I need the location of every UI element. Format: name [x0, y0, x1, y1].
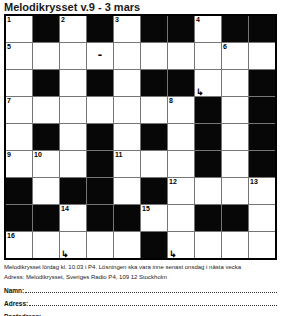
blocked-cell-r7c6	[141, 178, 167, 204]
blocked-cell-r6c8	[195, 151, 221, 177]
blocked-cell-r3c4	[87, 70, 113, 96]
cell-r7c2[interactable]	[33, 178, 59, 204]
cell-r8c10[interactable]	[249, 205, 275, 231]
cell-r9c9[interactable]	[222, 232, 248, 258]
blocked-cell-r9c6	[141, 232, 167, 258]
clue-number-14: 14	[61, 205, 69, 213]
clue-number-13: 13	[250, 178, 258, 186]
cell-r5c1[interactable]	[6, 124, 32, 150]
cell-r9c7[interactable]: ↳	[168, 232, 194, 258]
blocked-cell-r5c4	[87, 124, 113, 150]
cell-r9c8[interactable]	[195, 232, 221, 258]
cell-r2c10[interactable]	[249, 43, 275, 69]
cell-r2c2[interactable]	[33, 43, 59, 69]
cell-r2c3[interactable]	[60, 43, 86, 69]
cell-r9c4[interactable]	[87, 232, 113, 258]
blocked-cell-r7c1	[6, 178, 32, 204]
cell-r7c8[interactable]	[195, 178, 221, 204]
blocked-cell-r8c8	[195, 205, 221, 231]
cell-r1c1[interactable]: 1	[6, 16, 32, 42]
crossword-grid: 12345-6↳78910111213141516↳↳	[4, 14, 277, 260]
blocked-cell-r1c7	[168, 16, 194, 42]
cell-r4c3[interactable]	[60, 97, 86, 123]
cell-r7c9[interactable]	[222, 178, 248, 204]
cell-r5c7[interactable]	[168, 124, 194, 150]
cell-r5c9[interactable]	[222, 124, 248, 150]
cell-r4c2[interactable]	[33, 97, 59, 123]
cell-r2c6[interactable]	[141, 43, 167, 69]
cell-r2c8[interactable]	[195, 43, 221, 69]
cell-r7c7[interactable]: 12	[168, 178, 194, 204]
clue-number-4: 4	[196, 16, 200, 24]
postal-address-info: Adress: Melodikrysset, Sveriges Radio P4…	[4, 273, 277, 281]
blocked-cell-r1c6	[141, 16, 167, 42]
cell-r1c8[interactable]: 4	[195, 16, 221, 42]
clue-number-12: 12	[169, 178, 177, 186]
blocked-cell-r4c10	[249, 97, 275, 123]
cell-r2c4[interactable]: -	[87, 43, 113, 69]
cell-r4c9[interactable]	[222, 97, 248, 123]
cell-r1c3[interactable]: 2	[60, 16, 86, 42]
blocked-cell-r4c8	[195, 97, 221, 123]
cell-r4c4[interactable]	[87, 97, 113, 123]
clue-number-5: 5	[7, 43, 11, 51]
cell-r6c2[interactable]: 10	[33, 151, 59, 177]
name-label: Namn:	[4, 287, 24, 294]
blocked-cell-r7c4	[87, 178, 113, 204]
clue-number-3: 3	[115, 16, 119, 24]
cell-r6c7[interactable]	[168, 151, 194, 177]
blocked-cell-r5c2	[33, 124, 59, 150]
blocked-cell-r1c10	[249, 16, 275, 42]
address-label: Adress:	[4, 300, 28, 307]
cell-r7c5[interactable]	[114, 178, 140, 204]
clue-number-15: 15	[142, 205, 150, 213]
blocked-cell-r8c1	[6, 205, 32, 231]
cell-r8c7[interactable]	[168, 205, 194, 231]
blocked-cell-r8c2	[33, 205, 59, 231]
blocked-cell-r1c4	[87, 16, 113, 42]
cell-r6c9[interactable]	[222, 151, 248, 177]
blocked-cell-r5c6	[141, 124, 167, 150]
blocked-cell-r5c10	[249, 124, 275, 150]
cell-r9c2[interactable]	[33, 232, 59, 258]
cell-r6c6[interactable]	[141, 151, 167, 177]
blocked-cell-r6c10	[249, 151, 275, 177]
cell-r2c5[interactable]	[114, 43, 140, 69]
cell-r7c10[interactable]: 13	[249, 178, 275, 204]
blocked-cell-r8c9	[222, 205, 248, 231]
page-title: Melodikrysset v.9 - 3 mars	[0, 0, 281, 14]
clue-number-8: 8	[169, 97, 173, 105]
cell-r6c1[interactable]: 9	[6, 151, 32, 177]
clue-number-2: 2	[61, 16, 65, 24]
blocked-cell-r3c10	[249, 70, 275, 96]
arrow-down-right-icon: ↳	[61, 250, 69, 259]
cell-r9c10[interactable]	[249, 232, 275, 258]
cell-r6c5[interactable]: 11	[114, 151, 140, 177]
cell-r8c6[interactable]: 15	[141, 205, 167, 231]
blocked-cell-r7c3	[60, 178, 86, 204]
clue-number-11: 11	[115, 151, 122, 159]
cell-r5c5[interactable]	[114, 124, 140, 150]
cell-r4c5[interactable]	[114, 97, 140, 123]
blocked-cell-r3c6	[141, 70, 167, 96]
cell-r3c1[interactable]	[6, 70, 32, 96]
name-input-line[interactable]	[25, 287, 277, 293]
address-input-line[interactable]	[29, 300, 277, 306]
cell-r3c3[interactable]	[60, 70, 86, 96]
footer: Melodikrysset lördag kl. 10.03 i P4. Lös…	[4, 263, 277, 316]
cell-r2c1[interactable]: 5	[6, 43, 32, 69]
blocked-cell-r5c8	[195, 124, 221, 150]
address-form-line: Adress:	[4, 300, 277, 307]
blocked-cell-r3c2	[33, 70, 59, 96]
blocked-cell-r3c7	[168, 70, 194, 96]
clue-number-7: 7	[7, 97, 11, 105]
cell-r4c6[interactable]	[141, 97, 167, 123]
cell-r9c1[interactable]: 16	[6, 232, 32, 258]
cell-r2c9[interactable]: 6	[222, 43, 248, 69]
cell-r8c3[interactable]: 14	[60, 205, 86, 231]
clue-number-6: 6	[223, 43, 227, 51]
cell-r3c9[interactable]	[222, 70, 248, 96]
blocked-cell-r8c4	[87, 205, 113, 231]
blocked-cell-r8c5	[114, 205, 140, 231]
cell-r2c7[interactable]	[168, 43, 194, 69]
blocked-cell-r1c9	[222, 16, 248, 42]
cell-r6c3[interactable]	[60, 151, 86, 177]
blocked-cell-r1c2	[33, 16, 59, 42]
cell-r4c7[interactable]: 8	[168, 97, 194, 123]
clue-number-9: 9	[7, 151, 11, 159]
hyphen-icon: -	[98, 50, 102, 60]
arrow-down-right-icon: ↳	[169, 250, 177, 259]
cell-r5c3[interactable]	[60, 124, 86, 150]
cell-r3c5[interactable]	[114, 70, 140, 96]
cell-r3c8[interactable]: ↳	[195, 70, 221, 96]
clue-number-16: 16	[7, 232, 15, 240]
cell-r1c5[interactable]: 3	[114, 16, 140, 42]
clue-number-10: 10	[34, 151, 42, 159]
clue-number-1: 1	[7, 16, 11, 24]
cell-r4c1[interactable]: 7	[6, 97, 32, 123]
broadcast-info: Melodikrysset lördag kl. 10.03 i P4. Lös…	[4, 263, 277, 271]
melodikrysset-page: Melodikrysset v.9 - 3 mars 12345-6↳78910…	[0, 0, 281, 316]
blocked-cell-r6c4	[87, 151, 113, 177]
name-form-line: Namn:	[4, 287, 277, 294]
arrow-down-right-icon: ↳	[196, 88, 204, 97]
cell-r9c5[interactable]	[114, 232, 140, 258]
cell-r9c3[interactable]: ↳	[60, 232, 86, 258]
